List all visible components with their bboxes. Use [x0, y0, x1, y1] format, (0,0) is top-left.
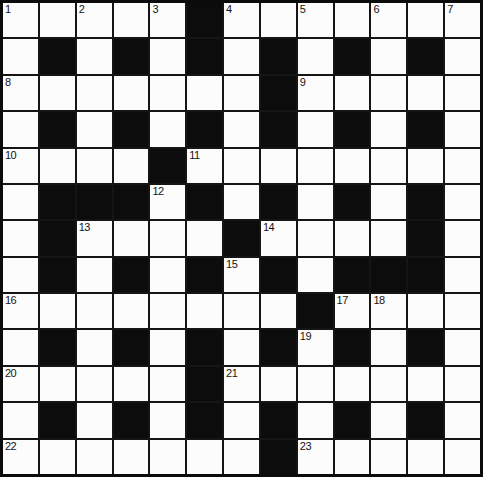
cell-r10c3[interactable] — [77, 330, 112, 364]
cell-r13c12[interactable] — [408, 440, 443, 474]
cell-r11c7[interactable]: 21 — [224, 367, 259, 401]
cell-r4c10 — [335, 112, 370, 146]
cell-r6c6 — [187, 185, 222, 219]
cell-r2c6 — [187, 39, 222, 73]
cell-r9c6[interactable] — [187, 294, 222, 328]
cell-r11c13[interactable] — [445, 367, 480, 401]
cell-r13c7[interactable] — [224, 440, 259, 474]
cell-r5c1[interactable]: 10 — [3, 149, 38, 183]
cell-r6c4 — [114, 185, 149, 219]
cell-r9c4[interactable] — [114, 294, 149, 328]
cell-r8c6 — [187, 258, 222, 292]
cell-r6c9[interactable] — [298, 185, 333, 219]
cell-r13c5[interactable] — [150, 440, 185, 474]
clue-number: 13 — [79, 221, 90, 234]
clue-number: 23 — [300, 440, 311, 453]
cell-r12c2 — [40, 403, 75, 437]
cell-r5c7[interactable] — [224, 149, 259, 183]
cell-r13c13[interactable] — [445, 440, 480, 474]
cell-r5c5 — [150, 149, 185, 183]
clue-number: 6 — [373, 3, 379, 16]
cell-r3c12[interactable] — [408, 76, 443, 110]
cell-r13c1[interactable]: 22 — [3, 440, 38, 474]
cell-r12c9[interactable] — [298, 403, 333, 437]
cell-r12c10 — [335, 403, 370, 437]
cell-r11c6 — [187, 367, 222, 401]
cell-r12c4 — [114, 403, 149, 437]
cell-r3c8 — [261, 76, 296, 110]
cell-r6c8 — [261, 185, 296, 219]
cell-r13c2[interactable] — [40, 440, 75, 474]
cell-r12c11[interactable] — [371, 403, 406, 437]
cell-r10c9[interactable]: 19 — [298, 330, 333, 364]
cell-r1c4[interactable] — [114, 3, 149, 37]
clue-number: 3 — [152, 3, 158, 16]
cell-r8c4 — [114, 258, 149, 292]
clue-number: 17 — [337, 294, 348, 307]
cell-r6c7[interactable] — [224, 185, 259, 219]
cell-r5c13[interactable] — [445, 149, 480, 183]
cell-r4c11[interactable] — [371, 112, 406, 146]
cell-r4c13[interactable] — [445, 112, 480, 146]
cell-r3c10[interactable] — [335, 76, 370, 110]
cell-r8c13[interactable] — [445, 258, 480, 292]
cell-r4c8 — [261, 112, 296, 146]
cell-r1c10[interactable] — [335, 3, 370, 37]
cell-r10c13[interactable] — [445, 330, 480, 364]
cell-r9c13[interactable] — [445, 294, 480, 328]
cell-r6c3 — [77, 185, 112, 219]
clue-number: 5 — [300, 3, 306, 16]
cell-r2c5[interactable] — [150, 39, 185, 73]
cell-r5c8[interactable] — [261, 149, 296, 183]
clue-number: 21 — [226, 367, 237, 380]
cell-r8c5[interactable] — [150, 258, 185, 292]
clue-number: 16 — [5, 294, 16, 307]
cell-r8c9[interactable] — [298, 258, 333, 292]
cell-r8c8 — [261, 258, 296, 292]
clue-number: 22 — [5, 440, 16, 453]
cell-r6c1[interactable] — [3, 185, 38, 219]
cell-r10c1[interactable] — [3, 330, 38, 364]
cell-r10c6 — [187, 330, 222, 364]
cell-r4c7[interactable] — [224, 112, 259, 146]
cell-r11c2[interactable] — [40, 367, 75, 401]
cell-r10c12 — [408, 330, 443, 364]
cell-r12c5[interactable] — [150, 403, 185, 437]
cell-r5c9[interactable] — [298, 149, 333, 183]
cell-r5c2[interactable] — [40, 149, 75, 183]
cell-r4c4 — [114, 112, 149, 146]
cell-r8c2 — [40, 258, 75, 292]
cell-r4c3[interactable] — [77, 112, 112, 146]
cell-r13c6[interactable] — [187, 440, 222, 474]
cell-r3c1[interactable]: 8 — [3, 76, 38, 110]
cell-r1c9[interactable]: 5 — [298, 3, 333, 37]
cell-r11c3[interactable] — [77, 367, 112, 401]
cell-r13c11[interactable] — [371, 440, 406, 474]
clue-number: 20 — [5, 367, 16, 380]
cell-r6c5[interactable]: 12 — [150, 185, 185, 219]
cell-r8c10 — [335, 258, 370, 292]
cell-r7c12 — [408, 221, 443, 255]
cell-r12c12 — [408, 403, 443, 437]
cell-r11c1[interactable]: 20 — [3, 367, 38, 401]
cell-r7c6[interactable] — [187, 221, 222, 255]
cell-r2c12 — [408, 39, 443, 73]
cell-r6c12 — [408, 185, 443, 219]
cell-r3c7[interactable] — [224, 76, 259, 110]
cell-r7c5[interactable] — [150, 221, 185, 255]
cell-r12c3[interactable] — [77, 403, 112, 437]
cell-r5c10[interactable] — [335, 149, 370, 183]
cell-r11c8[interactable] — [261, 367, 296, 401]
clue-number: 11 — [189, 149, 199, 162]
cell-r1c2[interactable] — [40, 3, 75, 37]
cell-r11c9[interactable] — [298, 367, 333, 401]
cell-r10c8 — [261, 330, 296, 364]
cell-r12c1[interactable] — [3, 403, 38, 437]
cell-r9c10[interactable]: 17 — [335, 294, 370, 328]
crossword-board: 1234567891011121314151617181920212223 — [0, 0, 483, 477]
cell-r7c1[interactable] — [3, 221, 38, 255]
cell-r1c5[interactable]: 3 — [150, 3, 185, 37]
cell-r12c13[interactable] — [445, 403, 480, 437]
cell-r5c3[interactable] — [77, 149, 112, 183]
cell-r10c10 — [335, 330, 370, 364]
cell-r3c2[interactable] — [40, 76, 75, 110]
cell-r8c3[interactable] — [77, 258, 112, 292]
cell-r13c10[interactable] — [335, 440, 370, 474]
cell-r3c5[interactable] — [150, 76, 185, 110]
cell-r2c2 — [40, 39, 75, 73]
cell-r5c11[interactable] — [371, 149, 406, 183]
cell-r7c7 — [224, 221, 259, 255]
cell-r11c11[interactable] — [371, 367, 406, 401]
cell-r13c8 — [261, 440, 296, 474]
cell-r9c3[interactable] — [77, 294, 112, 328]
clue-number: 4 — [226, 3, 232, 16]
cell-r8c1[interactable] — [3, 258, 38, 292]
clue-number: 19 — [300, 330, 311, 343]
cell-r2c10 — [335, 39, 370, 73]
cell-r9c7[interactable] — [224, 294, 259, 328]
clue-number: 15 — [226, 258, 237, 271]
cell-r1c11[interactable]: 6 — [371, 3, 406, 37]
cell-r10c2 — [40, 330, 75, 364]
cell-r9c5[interactable] — [150, 294, 185, 328]
cell-r9c1[interactable]: 16 — [3, 294, 38, 328]
cell-r7c11[interactable] — [371, 221, 406, 255]
cell-r11c10[interactable] — [335, 367, 370, 401]
cell-r12c8 — [261, 403, 296, 437]
cell-r13c9[interactable]: 23 — [298, 440, 333, 474]
cell-r6c10 — [335, 185, 370, 219]
cell-r4c1[interactable] — [3, 112, 38, 146]
cell-r2c11[interactable] — [371, 39, 406, 73]
cell-r7c3[interactable]: 13 — [77, 221, 112, 255]
cell-r10c7[interactable] — [224, 330, 259, 364]
cell-r3c11[interactable] — [371, 76, 406, 110]
cell-r1c8[interactable] — [261, 3, 296, 37]
cell-r1c13[interactable]: 7 — [445, 3, 480, 37]
cell-r8c11 — [371, 258, 406, 292]
cell-r9c2[interactable] — [40, 294, 75, 328]
cell-r7c13[interactable] — [445, 221, 480, 255]
cell-r3c6[interactable] — [187, 76, 222, 110]
cell-r7c8[interactable]: 14 — [261, 221, 296, 255]
clue-number: 2 — [79, 3, 85, 16]
cell-r2c4 — [114, 39, 149, 73]
cell-r9c11[interactable]: 18 — [371, 294, 406, 328]
clue-number: 18 — [373, 294, 384, 307]
cell-r13c3[interactable] — [77, 440, 112, 474]
cell-r1c7[interactable]: 4 — [224, 3, 259, 37]
clue-number: 7 — [447, 3, 453, 16]
cell-r4c12 — [408, 112, 443, 146]
cell-r11c12[interactable] — [408, 367, 443, 401]
cell-r3c3[interactable] — [77, 76, 112, 110]
cell-r1c1[interactable]: 1 — [3, 3, 38, 37]
cell-r3c4[interactable] — [114, 76, 149, 110]
clue-number: 8 — [5, 76, 11, 89]
cell-r3c13[interactable] — [445, 76, 480, 110]
cell-r11c5[interactable] — [150, 367, 185, 401]
cell-r1c6 — [187, 3, 222, 37]
cell-r6c11[interactable] — [371, 185, 406, 219]
clue-number: 1 — [5, 3, 11, 16]
cell-r9c8[interactable] — [261, 294, 296, 328]
cell-r5c6[interactable]: 11 — [187, 149, 222, 183]
cell-r5c12[interactable] — [408, 149, 443, 183]
cell-r6c2 — [40, 185, 75, 219]
clue-number: 14 — [263, 221, 274, 234]
cell-r13c4[interactable] — [114, 440, 149, 474]
cell-r10c4 — [114, 330, 149, 364]
cell-r7c2 — [40, 221, 75, 255]
cell-r1c12[interactable] — [408, 3, 443, 37]
cell-r7c4[interactable] — [114, 221, 149, 255]
clue-number: 10 — [5, 149, 16, 162]
cell-r11c4[interactable] — [114, 367, 149, 401]
cell-r10c11[interactable] — [371, 330, 406, 364]
cell-r1c3[interactable]: 2 — [77, 3, 112, 37]
cell-r2c9[interactable] — [298, 39, 333, 73]
cell-r4c2 — [40, 112, 75, 146]
cell-r5c4[interactable] — [114, 149, 149, 183]
cell-r9c9 — [298, 294, 333, 328]
cell-r8c7[interactable]: 15 — [224, 258, 259, 292]
cell-r2c8 — [261, 39, 296, 73]
cell-r7c10[interactable] — [335, 221, 370, 255]
cell-r12c6 — [187, 403, 222, 437]
cell-r9c12[interactable] — [408, 294, 443, 328]
cell-r4c5[interactable] — [150, 112, 185, 146]
cell-r8c12 — [408, 258, 443, 292]
cell-r2c13[interactable] — [445, 39, 480, 73]
cell-r7c9[interactable] — [298, 221, 333, 255]
cell-r2c7[interactable] — [224, 39, 259, 73]
cell-r4c6 — [187, 112, 222, 146]
cell-r12c7[interactable] — [224, 403, 259, 437]
cell-r3c9[interactable]: 9 — [298, 76, 333, 110]
cell-r6c13[interactable] — [445, 185, 480, 219]
clue-number: 9 — [300, 76, 306, 89]
cell-r2c3[interactable] — [77, 39, 112, 73]
clue-number: 12 — [152, 185, 163, 198]
cell-r10c5[interactable] — [150, 330, 185, 364]
cell-r4c9[interactable] — [298, 112, 333, 146]
cell-r2c1[interactable] — [3, 39, 38, 73]
